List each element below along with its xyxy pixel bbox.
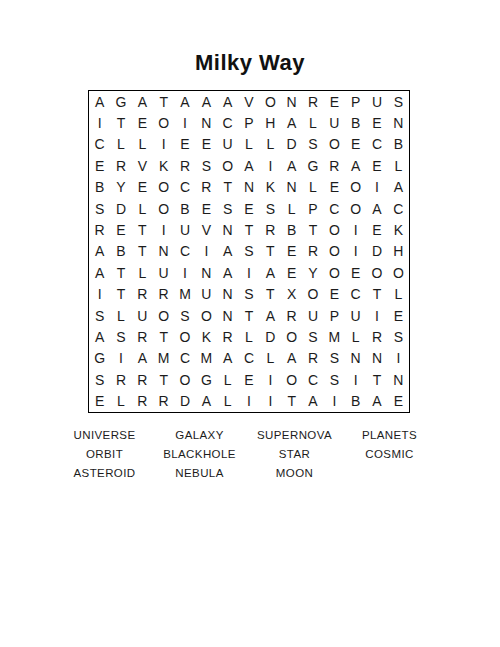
- grid-cell[interactable]: I: [260, 369, 281, 390]
- grid-cell[interactable]: T: [366, 369, 387, 390]
- word-list-item: PLANETS: [342, 429, 437, 441]
- grid-cell[interactable]: T: [153, 326, 174, 347]
- grid-cell[interactable]: I: [345, 219, 366, 240]
- grid-cell[interactable]: I: [260, 155, 281, 176]
- grid-cell[interactable]: G: [196, 369, 217, 390]
- grid-cell[interactable]: I: [174, 262, 195, 283]
- grid-cell[interactable]: N: [238, 177, 259, 198]
- grid-cell[interactable]: T: [302, 219, 323, 240]
- grid-cell[interactable]: A: [89, 241, 110, 262]
- grid-cell[interactable]: I: [196, 241, 217, 262]
- grid-cell[interactable]: O: [324, 134, 345, 155]
- grid-cell[interactable]: C: [324, 198, 345, 219]
- grid-cell[interactable]: O: [324, 219, 345, 240]
- grid-cell[interactable]: B: [110, 241, 131, 262]
- grid-cell[interactable]: T: [132, 241, 153, 262]
- grid-cell[interactable]: A: [132, 348, 153, 369]
- grid-cell[interactable]: O: [324, 262, 345, 283]
- grid-cell[interactable]: D: [260, 326, 281, 347]
- grid-cell[interactable]: A: [174, 91, 195, 112]
- grid-cell[interactable]: T: [110, 112, 131, 133]
- grid-cell[interactable]: R: [324, 155, 345, 176]
- grid-cell[interactable]: N: [388, 369, 409, 390]
- word-list-item: ASTEROID: [57, 467, 152, 479]
- grid-cell[interactable]: A: [196, 391, 217, 412]
- grid-cell[interactable]: A: [196, 91, 217, 112]
- grid-cell[interactable]: U: [324, 112, 345, 133]
- grid-cell[interactable]: E: [89, 391, 110, 412]
- grid-cell[interactable]: A: [366, 391, 387, 412]
- grid-cell[interactable]: R: [153, 391, 174, 412]
- word-list-item: STAR: [247, 448, 342, 460]
- grid-cell[interactable]: U: [196, 284, 217, 305]
- grid-cell[interactable]: I: [89, 284, 110, 305]
- grid-cell[interactable]: N: [281, 177, 302, 198]
- grid-cell[interactable]: U: [153, 262, 174, 283]
- grid-cell[interactable]: T: [238, 219, 259, 240]
- grid-cell[interactable]: L: [388, 155, 409, 176]
- grid-cell[interactable]: O: [260, 91, 281, 112]
- grid-cell[interactable]: A: [366, 198, 387, 219]
- grid-cell[interactable]: U: [302, 305, 323, 326]
- grid-cell[interactable]: A: [238, 155, 259, 176]
- grid-cell[interactable]: O: [153, 112, 174, 133]
- grid-cell[interactable]: L: [132, 198, 153, 219]
- grid-cell[interactable]: S: [110, 326, 131, 347]
- grid-cell[interactable]: N: [366, 348, 387, 369]
- grid-cell[interactable]: T: [110, 262, 131, 283]
- grid-cell[interactable]: N: [388, 112, 409, 133]
- word-list-item: SUPERNOVA: [247, 429, 342, 441]
- grid-cell[interactable]: P: [302, 198, 323, 219]
- grid-cell[interactable]: L: [302, 112, 323, 133]
- grid-cell[interactable]: E: [110, 219, 131, 240]
- grid-cell[interactable]: E: [366, 219, 387, 240]
- word-list-item: ORBIT: [57, 448, 152, 460]
- word-list-item: UNIVERSE: [57, 429, 152, 441]
- grid-cell[interactable]: P: [324, 305, 345, 326]
- grid-cell[interactable]: L: [110, 391, 131, 412]
- grid-cell[interactable]: R: [281, 305, 302, 326]
- grid-cell[interactable]: A: [260, 262, 281, 283]
- grid-cell[interactable]: O: [302, 284, 323, 305]
- grid-cell[interactable]: S: [388, 326, 409, 347]
- grid-cell[interactable]: K: [196, 326, 217, 347]
- grid-cell[interactable]: E: [89, 155, 110, 176]
- grid-cell[interactable]: E: [345, 262, 366, 283]
- grid-cell[interactable]: O: [174, 326, 195, 347]
- grid-cell[interactable]: E: [345, 134, 366, 155]
- grid-cell[interactable]: D: [281, 134, 302, 155]
- grid-cell[interactable]: I: [110, 348, 131, 369]
- grid-cell[interactable]: S: [217, 198, 238, 219]
- grid-cell[interactable]: L: [110, 134, 131, 155]
- grid-cell[interactable]: E: [366, 112, 387, 133]
- grid-cell[interactable]: L: [132, 262, 153, 283]
- grid-cell[interactable]: S: [238, 241, 259, 262]
- grid-cell[interactable]: R: [302, 348, 323, 369]
- grid-cell[interactable]: O: [281, 326, 302, 347]
- grid-cell[interactable]: E: [388, 305, 409, 326]
- grid-cell[interactable]: A: [388, 177, 409, 198]
- grid-cell[interactable]: L: [238, 326, 259, 347]
- grid-cell[interactable]: I: [345, 369, 366, 390]
- grid-cell[interactable]: R: [174, 155, 195, 176]
- grid-cell[interactable]: L: [238, 134, 259, 155]
- grid-cell[interactable]: I: [366, 305, 387, 326]
- grid-cell[interactable]: B: [345, 391, 366, 412]
- grid-cell[interactable]: O: [281, 369, 302, 390]
- grid-cell[interactable]: L: [260, 348, 281, 369]
- grid-cell[interactable]: O: [366, 262, 387, 283]
- grid-cell[interactable]: C: [89, 134, 110, 155]
- grid-cell[interactable]: A: [260, 305, 281, 326]
- grid-cell[interactable]: R: [217, 326, 238, 347]
- grid-cell[interactable]: B: [345, 112, 366, 133]
- grid-cell[interactable]: A: [281, 348, 302, 369]
- grid-cell[interactable]: R: [132, 391, 153, 412]
- grid-cell[interactable]: N: [281, 91, 302, 112]
- grid-cell[interactable]: C: [366, 134, 387, 155]
- grid-cell[interactable]: T: [153, 91, 174, 112]
- grid-cell[interactable]: O: [324, 241, 345, 262]
- grid-cell[interactable]: S: [260, 198, 281, 219]
- grid-cell[interactable]: A: [89, 91, 110, 112]
- grid-cell[interactable]: G: [302, 155, 323, 176]
- grid-cell[interactable]: C: [238, 348, 259, 369]
- grid-cell[interactable]: S: [174, 305, 195, 326]
- grid-cell[interactable]: S: [324, 369, 345, 390]
- grid-cell[interactable]: A: [217, 262, 238, 283]
- grid-cell[interactable]: C: [174, 348, 195, 369]
- grid-cell[interactable]: S: [302, 326, 323, 347]
- grid-cell[interactable]: R: [302, 241, 323, 262]
- grid-cell[interactable]: E: [281, 241, 302, 262]
- grid-cell[interactable]: E: [281, 262, 302, 283]
- grid-cell[interactable]: R: [153, 284, 174, 305]
- grid-cell[interactable]: S: [89, 198, 110, 219]
- grid-cell[interactable]: E: [132, 177, 153, 198]
- grid-cell[interactable]: T: [366, 284, 387, 305]
- grid-cell[interactable]: C: [174, 177, 195, 198]
- grid-cell[interactable]: K: [153, 155, 174, 176]
- grid-cell[interactable]: N: [217, 305, 238, 326]
- grid-cell[interactable]: L: [388, 284, 409, 305]
- grid-cell[interactable]: L: [110, 305, 131, 326]
- grid-cell[interactable]: A: [345, 155, 366, 176]
- grid-cell[interactable]: A: [217, 241, 238, 262]
- grid-cell[interactable]: S: [196, 155, 217, 176]
- grid-cell[interactable]: H: [260, 112, 281, 133]
- grid-cell[interactable]: N: [345, 348, 366, 369]
- grid-cell[interactable]: I: [153, 219, 174, 240]
- grid-cell[interactable]: A: [302, 391, 323, 412]
- grid-cell[interactable]: R: [196, 177, 217, 198]
- grid-cell[interactable]: D: [174, 391, 195, 412]
- grid-cell[interactable]: A: [132, 91, 153, 112]
- grid-cell[interactable]: O: [345, 198, 366, 219]
- grid-cell[interactable]: I: [89, 112, 110, 133]
- grid-cell[interactable]: R: [110, 155, 131, 176]
- grid-cell[interactable]: C: [388, 198, 409, 219]
- grid-cell[interactable]: L: [217, 369, 238, 390]
- grid-cell[interactable]: N: [217, 284, 238, 305]
- grid-cell[interactable]: I: [260, 391, 281, 412]
- grid-cell[interactable]: E: [324, 91, 345, 112]
- grid-cell[interactable]: B: [388, 134, 409, 155]
- grid-cell[interactable]: T: [260, 241, 281, 262]
- grid-cell[interactable]: B: [281, 219, 302, 240]
- grid-cell[interactable]: H: [388, 241, 409, 262]
- grid-cell[interactable]: N: [153, 241, 174, 262]
- grid-cell[interactable]: E: [238, 198, 259, 219]
- grid-cell[interactable]: C: [217, 112, 238, 133]
- grid-cell[interactable]: E: [324, 177, 345, 198]
- grid-cell[interactable]: N: [217, 219, 238, 240]
- grid-cell[interactable]: E: [366, 155, 387, 176]
- grid-cell[interactable]: R: [132, 284, 153, 305]
- grid-cell[interactable]: I: [238, 391, 259, 412]
- grid-cell[interactable]: M: [196, 348, 217, 369]
- grid-cell[interactable]: R: [89, 219, 110, 240]
- grid-cell[interactable]: K: [388, 219, 409, 240]
- word-list-item: BLACKHOLE: [152, 448, 247, 460]
- grid-cell[interactable]: O: [153, 305, 174, 326]
- grid-cell[interactable]: M: [153, 348, 174, 369]
- grid-cell[interactable]: X: [281, 284, 302, 305]
- grid-cell[interactable]: I: [388, 348, 409, 369]
- grid-cell[interactable]: L: [132, 134, 153, 155]
- grid-cell[interactable]: E: [174, 134, 195, 155]
- grid-cell[interactable]: T: [238, 305, 259, 326]
- grid-cell[interactable]: G: [110, 91, 131, 112]
- grid-cell[interactable]: T: [260, 284, 281, 305]
- grid-cell[interactable]: L: [217, 391, 238, 412]
- grid-cell[interactable]: E: [238, 369, 259, 390]
- grid-cell[interactable]: T: [110, 284, 131, 305]
- grid-cell[interactable]: R: [260, 219, 281, 240]
- grid-cell[interactable]: D: [110, 198, 131, 219]
- grid-cell[interactable]: O: [196, 305, 217, 326]
- grid-cell[interactable]: V: [196, 219, 217, 240]
- word-list: UNIVERSEGALAXYSUPERNOVAPLANETSORBITBLACK…: [57, 429, 437, 479]
- grid-cell[interactable]: I: [366, 177, 387, 198]
- grid-cell[interactable]: C: [345, 284, 366, 305]
- grid-cell[interactable]: N: [196, 262, 217, 283]
- grid-cell[interactable]: L: [260, 134, 281, 155]
- grid-cell[interactable]: S: [89, 305, 110, 326]
- grid-cell[interactable]: B: [89, 177, 110, 198]
- grid-cell[interactable]: E: [132, 112, 153, 133]
- grid-cell[interactable]: T: [153, 369, 174, 390]
- word-list-item: NEBULA: [152, 467, 247, 479]
- grid-cell[interactable]: O: [174, 369, 195, 390]
- grid-cell[interactable]: U: [132, 305, 153, 326]
- grid-cell[interactable]: O: [388, 262, 409, 283]
- grid-cell[interactable]: I: [345, 241, 366, 262]
- grid-cell[interactable]: G: [89, 348, 110, 369]
- grid-cell[interactable]: Y: [110, 177, 131, 198]
- puzzle-title: Milky Way: [0, 50, 500, 76]
- word-search-grid: AGATAAAVONREPUSITEOINCPHALUBENCLLIEEULLD…: [88, 90, 410, 413]
- grid-cell[interactable]: L: [345, 326, 366, 347]
- grid-cell[interactable]: E: [196, 198, 217, 219]
- grid-cell[interactable]: M: [174, 284, 195, 305]
- grid-cell[interactable]: E: [324, 284, 345, 305]
- grid-cell[interactable]: O: [153, 198, 174, 219]
- grid-cell[interactable]: V: [132, 155, 153, 176]
- grid-cell[interactable]: U: [366, 91, 387, 112]
- grid-cell[interactable]: U: [345, 305, 366, 326]
- grid-cell[interactable]: A: [89, 326, 110, 347]
- grid-cell[interactable]: N: [196, 112, 217, 133]
- grid-cell[interactable]: I: [324, 391, 345, 412]
- word-list-item: MOON: [247, 467, 342, 479]
- grid-cell[interactable]: Y: [302, 262, 323, 283]
- grid-cell[interactable]: B: [174, 198, 195, 219]
- grid-cell[interactable]: R: [302, 91, 323, 112]
- grid-cell[interactable]: R: [366, 326, 387, 347]
- grid-cell[interactable]: O: [153, 177, 174, 198]
- grid-cell[interactable]: U: [174, 219, 195, 240]
- grid-cell[interactable]: A: [217, 348, 238, 369]
- grid-cell[interactable]: M: [324, 326, 345, 347]
- grid-cell[interactable]: L: [302, 177, 323, 198]
- grid-cell[interactable]: R: [132, 326, 153, 347]
- grid-cell[interactable]: I: [238, 262, 259, 283]
- grid-cell[interactable]: T: [217, 177, 238, 198]
- grid-cell[interactable]: E: [388, 391, 409, 412]
- word-list-item: GALAXY: [152, 429, 247, 441]
- grid-cell[interactable]: U: [217, 134, 238, 155]
- grid-cell[interactable]: D: [366, 241, 387, 262]
- grid-cell[interactable]: T: [281, 391, 302, 412]
- grid-cell[interactable]: O: [345, 177, 366, 198]
- grid-cell[interactable]: C: [174, 241, 195, 262]
- grid-cell[interactable]: S: [302, 134, 323, 155]
- grid-cell[interactable]: I: [153, 134, 174, 155]
- grid-cell[interactable]: A: [281, 112, 302, 133]
- grid-cell[interactable]: T: [132, 219, 153, 240]
- grid-cell[interactable]: S: [89, 369, 110, 390]
- grid-cell[interactable]: O: [217, 155, 238, 176]
- grid-cell[interactable]: R: [132, 369, 153, 390]
- grid-cell[interactable]: A: [89, 262, 110, 283]
- grid-cell[interactable]: S: [388, 91, 409, 112]
- grid-cell[interactable]: C: [302, 369, 323, 390]
- grid-cell[interactable]: L: [281, 198, 302, 219]
- word-list-item: COSMIC: [342, 448, 437, 460]
- grid-cell[interactable]: K: [260, 177, 281, 198]
- grid-cell[interactable]: E: [196, 134, 217, 155]
- grid-cell[interactable]: S: [324, 348, 345, 369]
- grid-cell[interactable]: I: [174, 112, 195, 133]
- grid-cell[interactable]: S: [238, 284, 259, 305]
- grid-cell[interactable]: A: [281, 155, 302, 176]
- grid-cell[interactable]: V: [238, 91, 259, 112]
- grid-cell[interactable]: R: [110, 369, 131, 390]
- word-search-page: Milky Way AGATAAAVONREPUSITEOINCPHALUBEN…: [0, 0, 500, 647]
- grid-cell[interactable]: A: [217, 91, 238, 112]
- grid-cell[interactable]: P: [345, 91, 366, 112]
- grid-cell[interactable]: P: [238, 112, 259, 133]
